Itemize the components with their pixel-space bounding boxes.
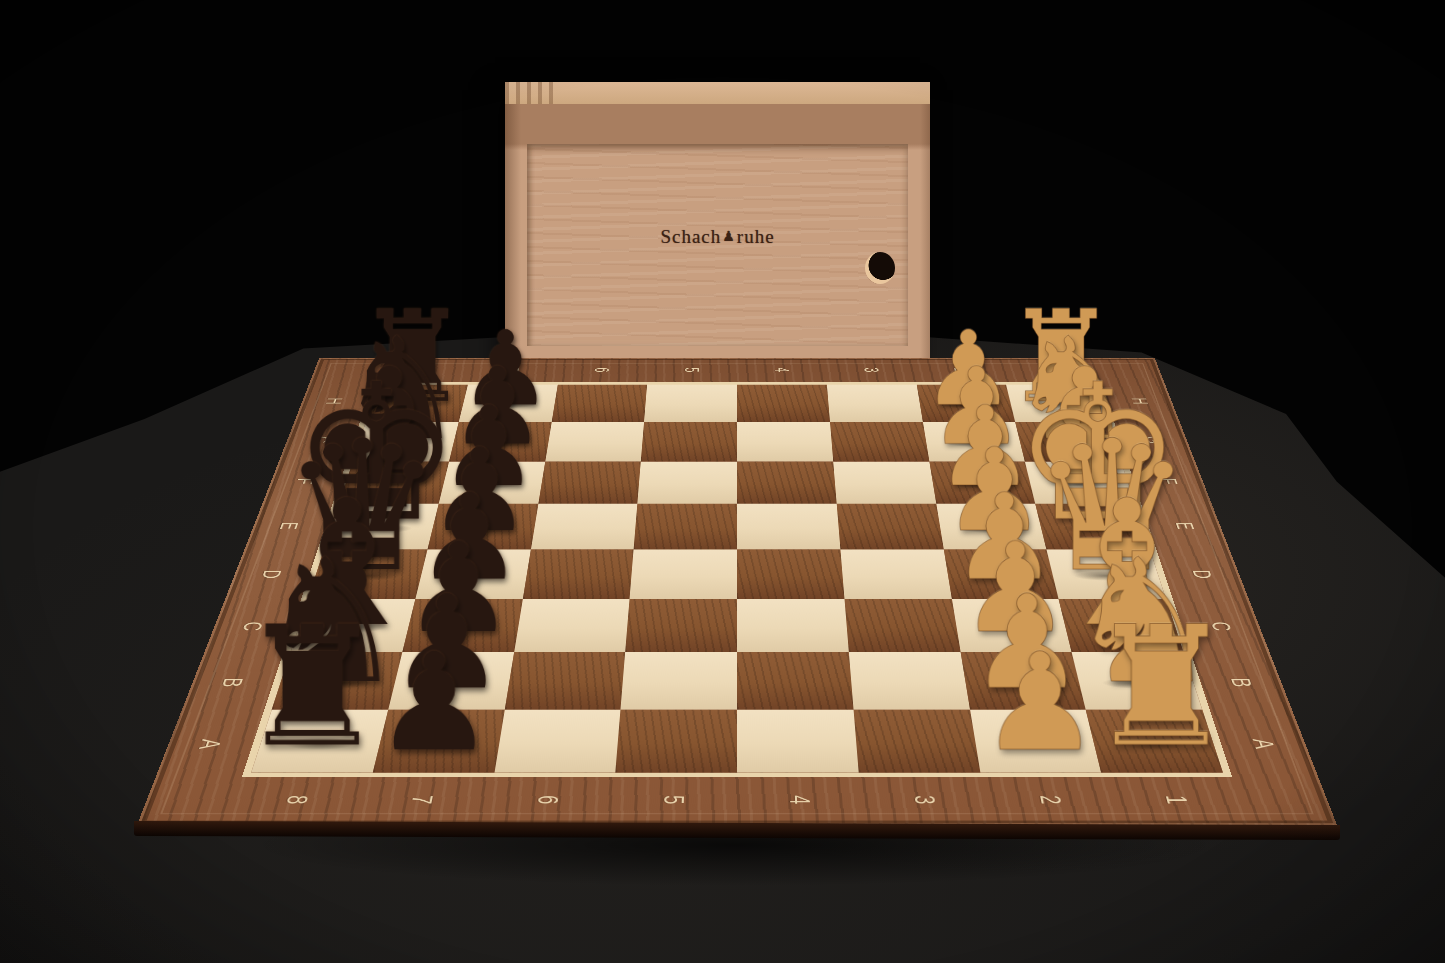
piece-shadow bbox=[984, 735, 1086, 752]
piece-shadow bbox=[1061, 569, 1152, 582]
piece-shadow bbox=[956, 569, 1046, 582]
piece-shadow bbox=[1049, 522, 1136, 534]
coord-label-4: 4 bbox=[783, 795, 817, 804]
square-c6[interactable] bbox=[514, 599, 630, 652]
piece-white-pawn[interactable]: ♟ bbox=[943, 433, 1046, 548]
square-f7[interactable]: ♟ bbox=[439, 461, 545, 503]
piece-white-pawn[interactable]: ♟ bbox=[960, 526, 1071, 650]
piece-shadow bbox=[1027, 438, 1108, 449]
square-a5[interactable] bbox=[616, 710, 737, 773]
square-d6[interactable] bbox=[522, 550, 633, 599]
piece-shadow bbox=[1087, 675, 1186, 691]
piece-black-pawn[interactable]: ♟ bbox=[428, 433, 531, 548]
coord-label-6: 6 bbox=[531, 795, 566, 804]
square-f3[interactable] bbox=[833, 461, 936, 503]
square-a8[interactable]: ♜ bbox=[251, 710, 388, 773]
square-a6[interactable] bbox=[494, 710, 621, 773]
square-d1[interactable]: ♛ bbox=[1047, 550, 1166, 599]
coord-label-8: 8 bbox=[410, 368, 435, 373]
square-h7[interactable]: ♟ bbox=[459, 385, 558, 422]
board-scene: 87654321 87654321 HGFEDCBA HGFEDCBA ♜♟♟♜… bbox=[137, 0, 1337, 825]
coord-label-3: 3 bbox=[860, 368, 885, 373]
piece-shadow bbox=[460, 438, 540, 449]
piece-white-knight[interactable]: ♞ bbox=[1009, 319, 1136, 460]
coord-label-c: C bbox=[1205, 622, 1238, 631]
piece-black-rook[interactable]: ♜ bbox=[356, 294, 470, 421]
piece-shadow bbox=[365, 438, 446, 449]
coord-label-6: 6 bbox=[590, 368, 615, 373]
piece-white-pawn[interactable]: ♟ bbox=[929, 353, 1025, 460]
square-b6[interactable] bbox=[504, 652, 625, 710]
piece-black-pawn[interactable]: ♟ bbox=[449, 353, 545, 460]
square-d4[interactable] bbox=[737, 550, 844, 599]
piece-black-pawn[interactable]: ♟ bbox=[373, 635, 494, 770]
piece-white-pawn[interactable]: ♟ bbox=[969, 579, 1085, 708]
square-d5[interactable] bbox=[630, 550, 737, 599]
piece-shadow bbox=[388, 735, 490, 752]
square-g5[interactable] bbox=[641, 422, 737, 462]
piece-black-knight[interactable]: ♞ bbox=[254, 537, 407, 708]
square-a4[interactable] bbox=[737, 710, 858, 773]
coord-label-1: 1 bbox=[1039, 368, 1064, 373]
piece-shadow bbox=[338, 522, 425, 534]
piece-shadow bbox=[440, 522, 526, 534]
square-b7[interactable]: ♟ bbox=[388, 652, 514, 710]
coord-label-c: C bbox=[236, 622, 269, 631]
square-c1[interactable]: ♝ bbox=[1059, 599, 1184, 652]
piece-shadow bbox=[403, 675, 501, 691]
square-h6[interactable] bbox=[551, 385, 647, 422]
square-a3[interactable] bbox=[853, 710, 980, 773]
square-h3[interactable] bbox=[827, 385, 923, 422]
square-c2[interactable]: ♟ bbox=[952, 599, 1072, 652]
coord-label-3: 3 bbox=[908, 795, 943, 804]
coord-label-d: D bbox=[256, 570, 288, 578]
square-d8[interactable]: ♛ bbox=[308, 550, 427, 599]
piece-black-queen[interactable]: ♛ bbox=[281, 417, 443, 598]
square-a7[interactable]: ♟ bbox=[373, 710, 505, 773]
piece-white-pawn[interactable]: ♟ bbox=[951, 478, 1058, 597]
square-d7[interactable]: ♟ bbox=[415, 550, 530, 599]
coord-label-g: G bbox=[1140, 436, 1168, 443]
square-f8[interactable]: ♝ bbox=[339, 461, 449, 503]
piece-white-king[interactable]: ♚ bbox=[1013, 359, 1182, 548]
piece-shadow bbox=[416, 620, 510, 634]
coord-label-g: G bbox=[306, 436, 334, 443]
square-b8[interactable]: ♞ bbox=[272, 652, 402, 710]
coord-label-h: H bbox=[321, 398, 348, 404]
square-g7[interactable]: ♟ bbox=[449, 422, 551, 462]
coord-label-1: 1 bbox=[1159, 795, 1195, 804]
square-e4[interactable] bbox=[737, 504, 840, 550]
piece-shadow bbox=[288, 675, 387, 691]
square-e3[interactable] bbox=[836, 504, 943, 550]
square-c3[interactable] bbox=[844, 599, 960, 652]
piece-black-pawn[interactable]: ♟ bbox=[416, 478, 523, 597]
piece-white-pawn[interactable]: ♟ bbox=[980, 635, 1101, 770]
coords-near-edge: 87654321 bbox=[230, 785, 1245, 814]
square-g4[interactable] bbox=[737, 422, 833, 462]
square-d3[interactable] bbox=[840, 550, 951, 599]
square-f6[interactable] bbox=[538, 461, 641, 503]
piece-shadow bbox=[1102, 735, 1205, 752]
piece-white-queen[interactable]: ♛ bbox=[1031, 417, 1193, 598]
square-d2[interactable]: ♟ bbox=[943, 550, 1058, 599]
piece-shadow bbox=[964, 620, 1058, 634]
square-b1[interactable]: ♞ bbox=[1072, 652, 1202, 710]
square-b3[interactable] bbox=[849, 652, 970, 710]
piece-white-rook[interactable]: ♜ bbox=[1005, 294, 1119, 421]
piece-black-knight[interactable]: ♞ bbox=[338, 319, 465, 460]
coord-label-e: E bbox=[1170, 522, 1200, 529]
piece-shadow bbox=[306, 620, 401, 634]
square-e5[interactable] bbox=[634, 504, 737, 550]
piece-shadow bbox=[352, 479, 436, 491]
square-c4[interactable] bbox=[737, 599, 849, 652]
square-g8[interactable]: ♞ bbox=[353, 422, 459, 462]
coord-label-8: 8 bbox=[279, 795, 315, 804]
chess-board: 87654321 87654321 HGFEDCBA HGFEDCBA ♜♟♟♜… bbox=[137, 358, 1337, 825]
square-h8[interactable]: ♜ bbox=[366, 385, 468, 422]
coord-label-5: 5 bbox=[657, 795, 691, 804]
square-f2[interactable]: ♟ bbox=[929, 461, 1035, 503]
coord-label-a: A bbox=[192, 739, 228, 749]
coord-label-e: E bbox=[274, 522, 304, 529]
coord-label-a: A bbox=[1246, 739, 1282, 749]
piece-shadow bbox=[268, 735, 371, 752]
square-c5[interactable] bbox=[625, 599, 737, 652]
piece-black-king[interactable]: ♚ bbox=[292, 359, 461, 548]
coord-label-2: 2 bbox=[1034, 795, 1069, 804]
square-g3[interactable] bbox=[830, 422, 929, 462]
piece-black-pawn[interactable]: ♟ bbox=[389, 579, 505, 708]
piece-black-pawn[interactable]: ♟ bbox=[439, 392, 538, 503]
square-e7[interactable]: ♟ bbox=[427, 504, 538, 550]
square-h1[interactable]: ♜ bbox=[1006, 385, 1108, 422]
square-e6[interactable] bbox=[531, 504, 638, 550]
coord-label-b: B bbox=[215, 678, 249, 687]
square-h4[interactable] bbox=[737, 385, 830, 422]
piece-shadow bbox=[378, 400, 456, 410]
coord-label-2: 2 bbox=[949, 368, 974, 373]
square-c7[interactable]: ♟ bbox=[402, 599, 522, 652]
piece-white-bishop[interactable]: ♝ bbox=[1015, 348, 1154, 503]
piece-shadow bbox=[428, 569, 518, 582]
square-f1[interactable]: ♝ bbox=[1025, 461, 1135, 503]
piece-shadow bbox=[927, 400, 1005, 410]
square-a1[interactable]: ♜ bbox=[1086, 710, 1223, 773]
square-a2[interactable]: ♟ bbox=[970, 710, 1102, 773]
piece-white-pawn[interactable]: ♟ bbox=[936, 392, 1035, 503]
coords-left-edge: HGFEDCBA bbox=[172, 382, 360, 776]
square-f4[interactable] bbox=[737, 461, 836, 503]
piece-shadow bbox=[1038, 479, 1122, 491]
piece-shadow bbox=[933, 438, 1013, 449]
piece-shadow bbox=[1018, 400, 1096, 410]
square-b2[interactable]: ♟ bbox=[960, 652, 1086, 710]
coord-label-f: F bbox=[291, 478, 320, 484]
square-e2[interactable]: ♟ bbox=[936, 504, 1047, 550]
coord-label-5: 5 bbox=[680, 368, 704, 373]
piece-shadow bbox=[450, 479, 533, 491]
square-e1[interactable]: ♚ bbox=[1035, 504, 1149, 550]
coord-label-d: D bbox=[1187, 570, 1219, 578]
square-f5[interactable] bbox=[638, 461, 737, 503]
coords-far-edge: 87654321 bbox=[375, 362, 1100, 377]
piece-black-bishop[interactable]: ♝ bbox=[269, 477, 425, 651]
piece-white-bishop[interactable]: ♝ bbox=[1049, 477, 1205, 651]
square-b4[interactable] bbox=[737, 652, 853, 710]
piece-shadow bbox=[470, 400, 548, 410]
square-g2[interactable]: ♟ bbox=[923, 422, 1025, 462]
square-h5[interactable] bbox=[644, 385, 737, 422]
square-g1[interactable]: ♞ bbox=[1015, 422, 1121, 462]
piece-shadow bbox=[948, 522, 1034, 534]
board-squares: ♜♟♟♜♞♟♟♞♝♟♟♝♚♟♟♚♛♟♟♛♝♟♟♝♞♟♟♞♜♟♟♜ bbox=[242, 382, 1232, 776]
photo-stage: Schach♟ruhe 87654321 87654321 HGFEDCBA H… bbox=[0, 0, 1445, 963]
coord-label-b: B bbox=[1224, 678, 1258, 687]
square-c8[interactable]: ♝ bbox=[291, 599, 416, 652]
coord-label-4: 4 bbox=[770, 368, 794, 373]
piece-shadow bbox=[974, 675, 1072, 691]
coords-right-edge: HGFEDCBA bbox=[1114, 382, 1302, 776]
square-h2[interactable]: ♟ bbox=[917, 385, 1016, 422]
piece-shadow bbox=[940, 479, 1023, 491]
square-g6[interactable] bbox=[545, 422, 644, 462]
piece-white-knight[interactable]: ♞ bbox=[1067, 537, 1220, 708]
piece-shadow bbox=[1073, 620, 1168, 634]
coord-label-f: F bbox=[1154, 478, 1183, 484]
square-b5[interactable] bbox=[621, 652, 737, 710]
coord-label-h: H bbox=[1126, 398, 1153, 404]
square-e8[interactable]: ♚ bbox=[324, 504, 438, 550]
piece-black-pawn[interactable]: ♟ bbox=[403, 526, 514, 650]
coord-label-7: 7 bbox=[500, 368, 525, 373]
coord-label-7: 7 bbox=[405, 795, 440, 804]
piece-black-bishop[interactable]: ♝ bbox=[320, 348, 459, 503]
piece-shadow bbox=[322, 569, 413, 582]
